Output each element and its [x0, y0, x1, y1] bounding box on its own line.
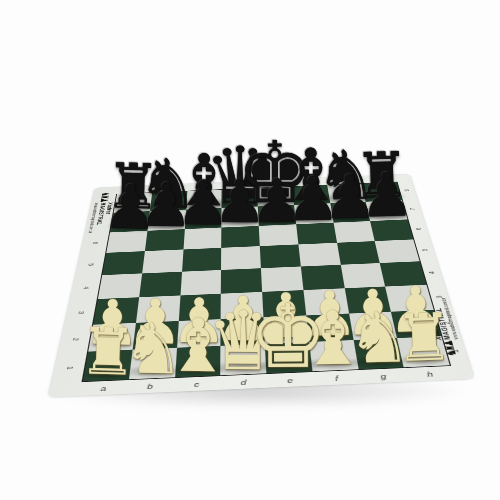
square-f5[interactable]: [298, 243, 340, 267]
piece-black-pawn-h7[interactable]: ♟: [359, 164, 415, 226]
square-d5[interactable]: [221, 246, 261, 270]
square-a5[interactable]: [102, 251, 144, 275]
square-e5[interactable]: [260, 245, 301, 269]
square-b5[interactable]: [142, 250, 183, 274]
perspective-wrapper: abcdefgh abcdefgh 87654321 87654321 ♞♜♟ …: [0, 0, 500, 500]
square-h5[interactable]: [375, 240, 420, 263]
chess-set-photo: abcdefgh abcdefgh 87654321 87654321 ♞♜♟ …: [0, 0, 500, 500]
piece-white-rook-h1[interactable]: ♜: [393, 305, 453, 372]
square-c5[interactable]: [182, 248, 222, 272]
square-g5[interactable]: [337, 241, 380, 265]
